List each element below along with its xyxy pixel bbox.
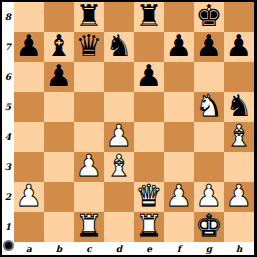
rank-label-4: 4 <box>2 122 14 152</box>
square-f7[interactable]: ♟ <box>164 32 194 62</box>
rank-label-5: 5 <box>2 92 14 122</box>
file-label-g: g <box>194 242 224 255</box>
file-label-a: a <box>14 242 44 255</box>
white-pawn-a2[interactable]: ♟ <box>16 181 43 211</box>
rank-label-8: 8 <box>2 2 14 32</box>
square-c5[interactable] <box>74 92 104 122</box>
chess-board[interactable]: ♜♜♚♟♝♛♞♟♟♟♟♟♞♞♟♝♟♝♟♛♟♟♟♜♜♚ <box>14 2 254 242</box>
white-pawn-h2[interactable]: ♟ <box>226 181 253 211</box>
square-g4[interactable] <box>194 122 224 152</box>
rank-label-7: 7 <box>2 32 14 62</box>
black-pawn-e6[interactable]: ♟ <box>136 61 163 91</box>
white-pawn-c3[interactable]: ♟ <box>76 151 103 181</box>
square-b5[interactable] <box>44 92 74 122</box>
square-f2[interactable]: ♟ <box>164 182 194 212</box>
square-e8[interactable]: ♜ <box>134 2 164 32</box>
square-f4[interactable] <box>164 122 194 152</box>
square-e5[interactable] <box>134 92 164 122</box>
square-c3[interactable]: ♟ <box>74 152 104 182</box>
file-labels-bar: abcdefgh <box>2 242 254 255</box>
white-pawn-g2[interactable]: ♟ <box>196 181 223 211</box>
square-g7[interactable]: ♟ <box>194 32 224 62</box>
file-label-f: f <box>164 242 194 255</box>
square-e4[interactable] <box>134 122 164 152</box>
square-b3[interactable] <box>44 152 74 182</box>
file-label-d: d <box>104 242 134 255</box>
square-f1[interactable] <box>164 212 194 242</box>
square-h1[interactable] <box>224 212 254 242</box>
square-a1[interactable] <box>14 212 44 242</box>
black-pawn-g7[interactable]: ♟ <box>196 31 223 61</box>
square-c7[interactable]: ♛ <box>74 32 104 62</box>
square-d2[interactable] <box>104 182 134 212</box>
square-g1[interactable]: ♚ <box>194 212 224 242</box>
black-pawn-h7[interactable]: ♟ <box>226 31 253 61</box>
black-queen-c7[interactable]: ♛ <box>76 31 103 61</box>
square-a6[interactable] <box>14 62 44 92</box>
square-c6[interactable] <box>74 62 104 92</box>
file-label-b: b <box>44 242 74 255</box>
rank-label-3: 3 <box>2 152 14 182</box>
square-d3[interactable]: ♝ <box>104 152 134 182</box>
square-a2[interactable]: ♟ <box>14 182 44 212</box>
rank-label-1: 1 <box>2 212 14 242</box>
black-rook-c8[interactable]: ♜ <box>76 1 103 31</box>
square-a4[interactable] <box>14 122 44 152</box>
white-knight-g5[interactable]: ♞ <box>196 91 223 121</box>
square-b4[interactable] <box>44 122 74 152</box>
chess-board-frame: 87654321 ♜♜♚♟♝♛♞♟♟♟♟♟♞♞♟♝♟♝♟♛♟♟♟♜♜♚ abcd… <box>0 0 257 257</box>
black-to-move-indicator <box>3 240 14 251</box>
square-d6[interactable] <box>104 62 134 92</box>
black-knight-h5[interactable]: ♞ <box>226 91 253 121</box>
square-a7[interactable]: ♟ <box>14 32 44 62</box>
square-b1[interactable] <box>44 212 74 242</box>
black-rook-e8[interactable]: ♜ <box>136 1 163 31</box>
square-f6[interactable] <box>164 62 194 92</box>
square-h7[interactable]: ♟ <box>224 32 254 62</box>
square-h2[interactable]: ♟ <box>224 182 254 212</box>
square-b2[interactable] <box>44 182 74 212</box>
square-b6[interactable]: ♟ <box>44 62 74 92</box>
black-pawn-b6[interactable]: ♟ <box>46 61 73 91</box>
square-c1[interactable]: ♜ <box>74 212 104 242</box>
square-h4[interactable]: ♝ <box>224 122 254 152</box>
white-king-g1[interactable]: ♚ <box>196 211 223 241</box>
file-label-e: e <box>134 242 164 255</box>
white-pawn-f2[interactable]: ♟ <box>166 181 193 211</box>
square-e6[interactable]: ♟ <box>134 62 164 92</box>
rank-label-6: 6 <box>2 62 14 92</box>
black-pawn-a7[interactable]: ♟ <box>16 31 43 61</box>
square-d1[interactable] <box>104 212 134 242</box>
white-bishop-h4[interactable]: ♝ <box>226 121 253 151</box>
file-label-h: h <box>224 242 254 255</box>
black-knight-d7[interactable]: ♞ <box>106 31 133 61</box>
black-pawn-f7[interactable]: ♟ <box>166 31 193 61</box>
rank-label-2: 2 <box>2 182 14 212</box>
square-a5[interactable] <box>14 92 44 122</box>
white-queen-e2[interactable]: ♛ <box>136 181 163 211</box>
black-bishop-b7[interactable]: ♝ <box>46 31 73 61</box>
square-d7[interactable]: ♞ <box>104 32 134 62</box>
rank-labels-gutter: 87654321 <box>2 2 14 242</box>
white-rook-c1[interactable]: ♜ <box>76 211 103 241</box>
black-king-g8[interactable]: ♚ <box>196 1 223 31</box>
white-rook-e1[interactable]: ♜ <box>136 211 163 241</box>
white-bishop-d3[interactable]: ♝ <box>106 151 133 181</box>
square-e1[interactable]: ♜ <box>134 212 164 242</box>
white-pawn-d4[interactable]: ♟ <box>106 121 133 151</box>
square-g5[interactable]: ♞ <box>194 92 224 122</box>
file-label-c: c <box>74 242 104 255</box>
square-f5[interactable] <box>164 92 194 122</box>
